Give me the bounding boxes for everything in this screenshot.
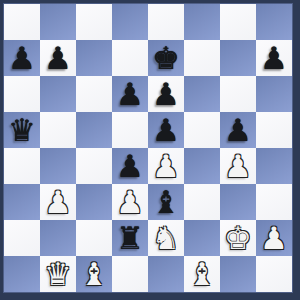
square-c4[interactable] [76, 148, 112, 184]
piece-black-pawn[interactable]: ♟ [260, 40, 288, 76]
square-g6[interactable] [220, 76, 256, 112]
square-d1[interactable] [112, 256, 148, 292]
piece-black-pawn[interactable]: ♟ [152, 76, 180, 112]
square-f7[interactable] [184, 40, 220, 76]
square-c1[interactable]: ♝ [76, 256, 112, 292]
piece-black-king[interactable]: ♚ [152, 40, 180, 76]
square-f1[interactable]: ♝ [184, 256, 220, 292]
square-a7[interactable]: ♟ [4, 40, 40, 76]
piece-black-pawn[interactable]: ♟ [8, 40, 36, 76]
piece-white-pawn[interactable]: ♟ [152, 148, 180, 184]
piece-black-queen[interactable]: ♛ [8, 112, 36, 148]
square-h5[interactable] [256, 112, 292, 148]
square-f5[interactable] [184, 112, 220, 148]
square-g8[interactable] [220, 4, 256, 40]
square-d7[interactable] [112, 40, 148, 76]
square-c5[interactable] [76, 112, 112, 148]
square-h6[interactable] [256, 76, 292, 112]
square-f4[interactable] [184, 148, 220, 184]
square-d6[interactable]: ♟ [112, 76, 148, 112]
square-g1[interactable] [220, 256, 256, 292]
piece-white-bishop[interactable]: ♝ [80, 256, 108, 292]
square-c6[interactable] [76, 76, 112, 112]
square-c7[interactable] [76, 40, 112, 76]
square-f2[interactable] [184, 220, 220, 256]
square-d8[interactable] [112, 4, 148, 40]
piece-white-pawn[interactable]: ♟ [44, 184, 72, 220]
square-a4[interactable] [4, 148, 40, 184]
square-e6[interactable]: ♟ [148, 76, 184, 112]
square-b4[interactable] [40, 148, 76, 184]
square-a3[interactable] [4, 184, 40, 220]
square-b7[interactable]: ♟ [40, 40, 76, 76]
piece-black-pawn[interactable]: ♟ [116, 76, 144, 112]
square-f6[interactable] [184, 76, 220, 112]
piece-black-rook[interactable]: ♜ [116, 220, 144, 256]
square-f3[interactable] [184, 184, 220, 220]
piece-white-pawn[interactable]: ♟ [116, 184, 144, 220]
square-f8[interactable] [184, 4, 220, 40]
chess-board: ♟♟♚♟♟♟♛♟♟♟♟♟♟♟♝♜♞♚♟♛♝♝ [4, 4, 292, 292]
square-a5[interactable]: ♛ [4, 112, 40, 148]
square-h1[interactable] [256, 256, 292, 292]
square-h2[interactable]: ♟ [256, 220, 292, 256]
square-d5[interactable] [112, 112, 148, 148]
square-c8[interactable] [76, 4, 112, 40]
piece-white-queen[interactable]: ♛ [44, 256, 72, 292]
piece-white-knight[interactable]: ♞ [152, 220, 180, 256]
square-b1[interactable]: ♛ [40, 256, 76, 292]
square-e2[interactable]: ♞ [148, 220, 184, 256]
piece-black-pawn[interactable]: ♟ [116, 148, 144, 184]
piece-black-pawn[interactable]: ♟ [44, 40, 72, 76]
square-a2[interactable] [4, 220, 40, 256]
square-e7[interactable]: ♚ [148, 40, 184, 76]
square-b2[interactable] [40, 220, 76, 256]
square-a6[interactable] [4, 76, 40, 112]
square-c2[interactable] [76, 220, 112, 256]
square-a1[interactable] [4, 256, 40, 292]
piece-black-pawn[interactable]: ♟ [152, 112, 180, 148]
square-g7[interactable] [220, 40, 256, 76]
square-b8[interactable] [40, 4, 76, 40]
square-e1[interactable] [148, 256, 184, 292]
square-e8[interactable] [148, 4, 184, 40]
piece-white-bishop[interactable]: ♝ [188, 256, 216, 292]
square-h8[interactable] [256, 4, 292, 40]
square-g2[interactable]: ♚ [220, 220, 256, 256]
piece-white-pawn[interactable]: ♟ [224, 148, 252, 184]
square-e4[interactable]: ♟ [148, 148, 184, 184]
square-h3[interactable] [256, 184, 292, 220]
square-a8[interactable] [4, 4, 40, 40]
square-h4[interactable] [256, 148, 292, 184]
square-h7[interactable]: ♟ [256, 40, 292, 76]
square-g5[interactable]: ♟ [220, 112, 256, 148]
square-b5[interactable] [40, 112, 76, 148]
square-e5[interactable]: ♟ [148, 112, 184, 148]
square-g3[interactable] [220, 184, 256, 220]
square-e3[interactable]: ♝ [148, 184, 184, 220]
square-g4[interactable]: ♟ [220, 148, 256, 184]
square-d4[interactable]: ♟ [112, 148, 148, 184]
square-b6[interactable] [40, 76, 76, 112]
piece-black-bishop[interactable]: ♝ [152, 184, 180, 220]
piece-white-pawn[interactable]: ♟ [260, 220, 288, 256]
square-c3[interactable] [76, 184, 112, 220]
square-d3[interactable]: ♟ [112, 184, 148, 220]
square-d2[interactable]: ♜ [112, 220, 148, 256]
piece-white-king[interactable]: ♚ [224, 220, 252, 256]
chess-board-frame: ♟♟♚♟♟♟♛♟♟♟♟♟♟♟♝♜♞♚♟♛♝♝ [0, 0, 300, 300]
square-b3[interactable]: ♟ [40, 184, 76, 220]
piece-black-pawn[interactable]: ♟ [224, 112, 252, 148]
